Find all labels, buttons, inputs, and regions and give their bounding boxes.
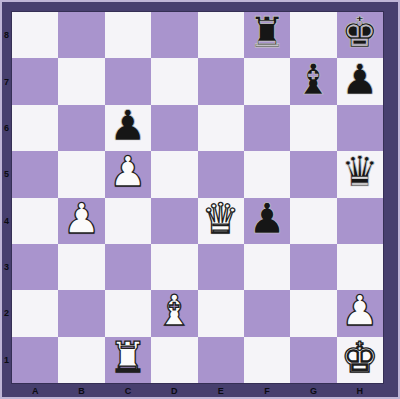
file-label-h: H [337, 385, 383, 397]
square-c8[interactable] [105, 12, 151, 58]
rank-label-5: 5 [1, 169, 12, 179]
file-label-e: E [198, 385, 244, 397]
square-d1[interactable] [151, 337, 197, 383]
square-d2[interactable]: ♝ [151, 290, 197, 336]
square-g2[interactable] [290, 290, 336, 336]
file-label-d: D [151, 385, 197, 397]
square-b3[interactable] [58, 244, 104, 290]
square-a6[interactable] [12, 105, 58, 151]
square-b6[interactable] [58, 105, 104, 151]
rank-label-2: 2 [1, 308, 12, 318]
square-b4[interactable]: ♟ [58, 198, 104, 244]
square-a2[interactable] [12, 290, 58, 336]
square-c7[interactable] [105, 58, 151, 104]
file-label-a: A [12, 385, 58, 397]
white-bishop-d2[interactable]: ♝ [155, 290, 193, 332]
black-queen-h5[interactable]: ♛ [341, 151, 379, 193]
rank-label-8: 8 [1, 30, 12, 40]
square-a3[interactable] [12, 244, 58, 290]
square-d3[interactable] [151, 244, 197, 290]
square-f6[interactable] [244, 105, 290, 151]
square-e4[interactable]: ♛ [198, 198, 244, 244]
square-c3[interactable] [105, 244, 151, 290]
file-label-b: B [58, 385, 104, 397]
rank-label-4: 4 [1, 216, 12, 226]
square-h6[interactable] [337, 105, 383, 151]
black-pawn-f4[interactable]: ♟ [248, 198, 286, 240]
white-pawn-c5[interactable]: ♟ [109, 151, 147, 193]
square-h8[interactable]: ♚ [337, 12, 383, 58]
black-king-h8[interactable]: ♚ [341, 12, 379, 54]
square-f7[interactable] [244, 58, 290, 104]
square-b5[interactable] [58, 151, 104, 197]
square-d4[interactable] [151, 198, 197, 244]
square-c2[interactable] [105, 290, 151, 336]
square-d8[interactable] [151, 12, 197, 58]
square-a1[interactable] [12, 337, 58, 383]
square-h4[interactable] [337, 198, 383, 244]
square-g4[interactable] [290, 198, 336, 244]
black-pawn-c6[interactable]: ♟ [109, 105, 147, 147]
square-g7[interactable]: ♝ [290, 58, 336, 104]
square-d5[interactable] [151, 151, 197, 197]
square-f2[interactable] [244, 290, 290, 336]
file-label-f: F [244, 385, 290, 397]
square-h2[interactable]: ♟ [337, 290, 383, 336]
rank-label-1: 1 [1, 355, 12, 365]
square-a8[interactable] [12, 12, 58, 58]
square-g6[interactable] [290, 105, 336, 151]
square-b2[interactable] [58, 290, 104, 336]
white-pawn-b4[interactable]: ♟ [63, 198, 101, 240]
square-h3[interactable] [337, 244, 383, 290]
square-a5[interactable] [12, 151, 58, 197]
square-c6[interactable]: ♟ [105, 105, 151, 151]
square-e3[interactable] [198, 244, 244, 290]
square-g8[interactable] [290, 12, 336, 58]
file-label-c: C [105, 385, 151, 397]
white-king-h1[interactable]: ♚ [341, 337, 379, 379]
square-g1[interactable] [290, 337, 336, 383]
square-f4[interactable]: ♟ [244, 198, 290, 244]
square-h7[interactable]: ♟ [337, 58, 383, 104]
square-a7[interactable] [12, 58, 58, 104]
square-b8[interactable] [58, 12, 104, 58]
square-f3[interactable] [244, 244, 290, 290]
square-b1[interactable] [58, 337, 104, 383]
rank-label-7: 7 [1, 77, 12, 87]
square-e6[interactable] [198, 105, 244, 151]
chess-board[interactable]: ♜♚♝♟♟♟♛♟♛♟♝♟♜♚ [12, 12, 383, 383]
square-g5[interactable] [290, 151, 336, 197]
rank-label-6: 6 [1, 123, 12, 133]
square-h1[interactable]: ♚ [337, 337, 383, 383]
black-pawn-h7[interactable]: ♟ [341, 59, 379, 101]
square-h5[interactable]: ♛ [337, 151, 383, 197]
square-b7[interactable] [58, 58, 104, 104]
white-queen-e4[interactable]: ♛ [202, 198, 240, 240]
white-rook-c1[interactable]: ♜ [109, 337, 147, 379]
square-a4[interactable] [12, 198, 58, 244]
square-d7[interactable] [151, 58, 197, 104]
square-c4[interactable] [105, 198, 151, 244]
square-f1[interactable] [244, 337, 290, 383]
chess-board-window: ♜♚♝♟♟♟♛♟♛♟♝♟♜♚ 87654321ABCDEFGH [0, 0, 400, 399]
file-label-g: G [290, 385, 336, 397]
black-bishop-g7[interactable]: ♝ [295, 59, 333, 101]
rank-label-3: 3 [1, 262, 12, 272]
black-rook-f8[interactable]: ♜ [248, 12, 286, 54]
square-d6[interactable] [151, 105, 197, 151]
square-f5[interactable] [244, 151, 290, 197]
square-c1[interactable]: ♜ [105, 337, 151, 383]
square-f8[interactable]: ♜ [244, 12, 290, 58]
white-pawn-h2[interactable]: ♟ [341, 290, 379, 332]
square-e8[interactable] [198, 12, 244, 58]
square-e2[interactable] [198, 290, 244, 336]
square-c5[interactable]: ♟ [105, 151, 151, 197]
square-e5[interactable] [198, 151, 244, 197]
square-e1[interactable] [198, 337, 244, 383]
square-g3[interactable] [290, 244, 336, 290]
square-e7[interactable] [198, 58, 244, 104]
